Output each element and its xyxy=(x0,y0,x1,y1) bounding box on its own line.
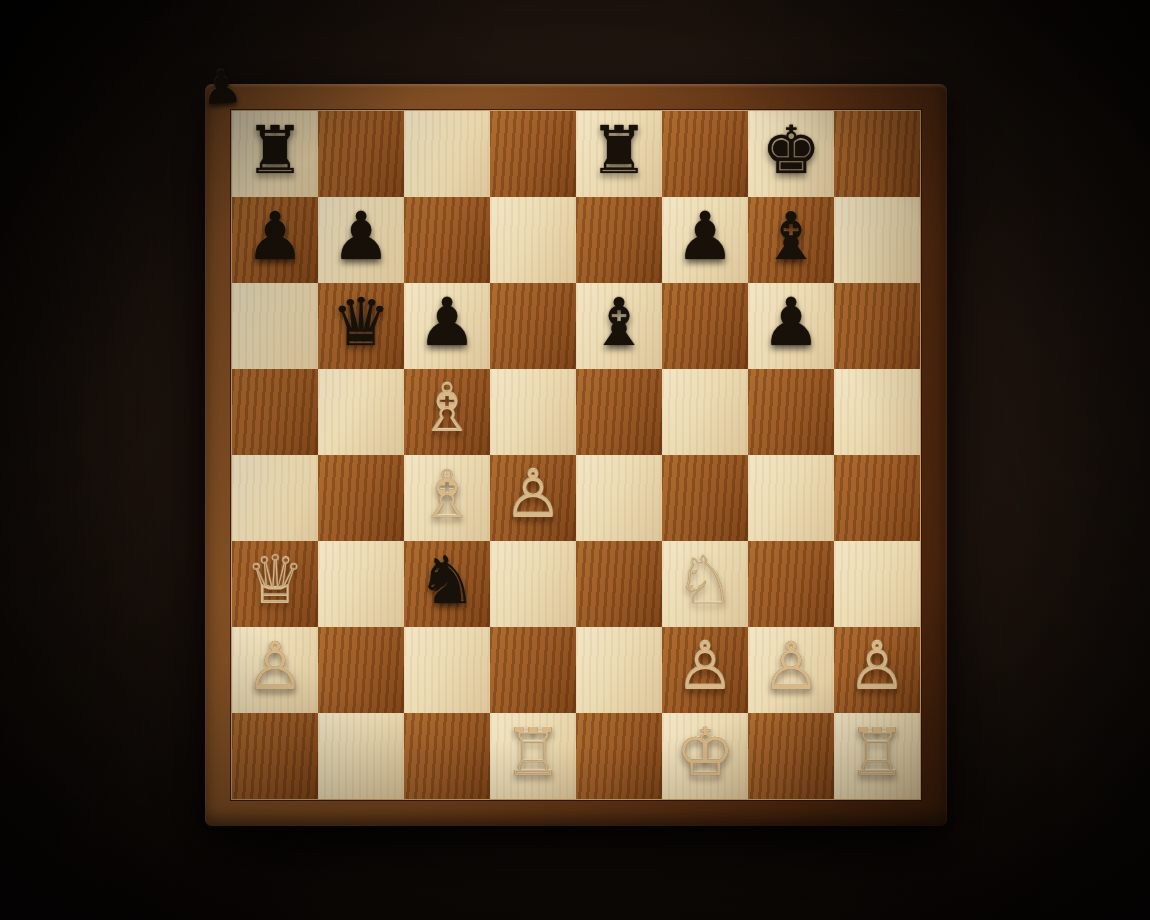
black-bishop-g7: ♝ xyxy=(761,204,820,270)
square-a1 xyxy=(232,713,318,799)
square-h2: ♙ xyxy=(834,627,920,713)
square-d7 xyxy=(490,197,576,283)
square-e6: ♝ xyxy=(576,283,662,369)
square-f1: ♔ xyxy=(662,713,748,799)
square-h8 xyxy=(834,111,920,197)
square-b8 xyxy=(318,111,404,197)
white-knight-f3: ♘ xyxy=(675,548,734,614)
square-g1 xyxy=(748,713,834,799)
black-pawn-a7: ♟ xyxy=(245,204,304,270)
square-h5 xyxy=(834,369,920,455)
white-pawn-g2: ♙ xyxy=(761,634,820,700)
square-c1 xyxy=(404,713,490,799)
square-f5 xyxy=(662,369,748,455)
square-f4 xyxy=(662,455,748,541)
square-g5 xyxy=(748,369,834,455)
square-d5 xyxy=(490,369,576,455)
square-d2 xyxy=(490,627,576,713)
square-e3 xyxy=(576,541,662,627)
square-a3: ♕ xyxy=(232,541,318,627)
white-rook-d1: ♖ xyxy=(503,720,562,786)
square-b1 xyxy=(318,713,404,799)
square-a2: ♙ xyxy=(232,627,318,713)
square-c4: ♗ xyxy=(404,455,490,541)
square-c8 xyxy=(404,111,490,197)
white-pawn-h2: ♙ xyxy=(847,634,906,700)
square-a4 xyxy=(232,455,318,541)
chess-board: ♜♜♚♟♟♟♝♛♟♝♟♗♗♙♕♞♘♙♙♙♙♖♔♖ xyxy=(231,110,921,800)
square-g6: ♟ xyxy=(748,283,834,369)
square-h6 xyxy=(834,283,920,369)
board-frame: ♟ ♜♜♚♟♟♟♝♛♟♝♟♗♗♙♕♞♘♙♙♙♙♖♔♖ xyxy=(205,84,947,826)
white-pawn-f2: ♙ xyxy=(675,634,734,700)
square-f8 xyxy=(662,111,748,197)
square-c5: ♗ xyxy=(404,369,490,455)
square-a5 xyxy=(232,369,318,455)
black-rook-a8: ♜ xyxy=(245,118,304,184)
square-f6 xyxy=(662,283,748,369)
square-f7: ♟ xyxy=(662,197,748,283)
square-h4 xyxy=(834,455,920,541)
square-g7: ♝ xyxy=(748,197,834,283)
black-pawn-g6: ♟ xyxy=(761,290,820,356)
square-f3: ♘ xyxy=(662,541,748,627)
square-b3 xyxy=(318,541,404,627)
square-f2: ♙ xyxy=(662,627,748,713)
square-a8: ♜ xyxy=(232,111,318,197)
square-b5 xyxy=(318,369,404,455)
square-b4 xyxy=(318,455,404,541)
square-e5 xyxy=(576,369,662,455)
square-e7 xyxy=(576,197,662,283)
square-b2 xyxy=(318,627,404,713)
square-d4: ♙ xyxy=(490,455,576,541)
black-rook-e8: ♜ xyxy=(589,118,648,184)
scene-table: { "game": "chess", "scene": { "descripti… xyxy=(0,0,1150,920)
white-bishop-c5: ♗ xyxy=(417,376,476,442)
square-a6 xyxy=(232,283,318,369)
white-bishop-c4: ♗ xyxy=(417,462,476,528)
square-g4 xyxy=(748,455,834,541)
white-queen-a3: ♕ xyxy=(245,548,304,614)
square-e1 xyxy=(576,713,662,799)
square-d1: ♖ xyxy=(490,713,576,799)
square-b6: ♛ xyxy=(318,283,404,369)
square-c3: ♞ xyxy=(404,541,490,627)
white-king-f1: ♔ xyxy=(675,720,734,786)
square-c2 xyxy=(404,627,490,713)
chess-board-area: ♟ ♜♜♚♟♟♟♝♛♟♝♟♗♗♙♕♞♘♙♙♙♙♖♔♖ xyxy=(205,84,947,826)
square-g8: ♚ xyxy=(748,111,834,197)
square-g2: ♙ xyxy=(748,627,834,713)
black-king-g8: ♚ xyxy=(761,118,820,184)
black-bishop-e6: ♝ xyxy=(589,290,648,356)
square-h3 xyxy=(834,541,920,627)
square-e4 xyxy=(576,455,662,541)
square-a7: ♟ xyxy=(232,197,318,283)
captured-black-pawn: ♟ xyxy=(199,63,243,112)
square-h1: ♖ xyxy=(834,713,920,799)
square-e8: ♜ xyxy=(576,111,662,197)
black-pawn-f7: ♟ xyxy=(675,204,734,270)
black-knight-c3: ♞ xyxy=(417,548,476,614)
square-c6: ♟ xyxy=(404,283,490,369)
square-g3 xyxy=(748,541,834,627)
square-d8 xyxy=(490,111,576,197)
white-pawn-d4: ♙ xyxy=(503,462,562,528)
black-pawn-c6: ♟ xyxy=(417,290,476,356)
square-d6 xyxy=(490,283,576,369)
black-pawn-b7: ♟ xyxy=(331,204,390,270)
square-d3 xyxy=(490,541,576,627)
square-e2 xyxy=(576,627,662,713)
black-queen-b6: ♛ xyxy=(331,290,390,356)
white-pawn-a2: ♙ xyxy=(245,634,304,700)
white-rook-h1: ♖ xyxy=(847,720,906,786)
square-h7 xyxy=(834,197,920,283)
square-b7: ♟ xyxy=(318,197,404,283)
square-c7 xyxy=(404,197,490,283)
